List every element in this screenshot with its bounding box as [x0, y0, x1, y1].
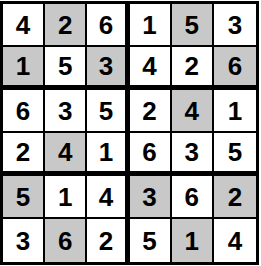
sudoku-cell-r6c2[interactable]: 6 [45, 219, 87, 262]
sudoku-cell-r1c1[interactable]: 4 [3, 4, 45, 47]
sudoku-cell-r5c6[interactable]: 2 [214, 176, 256, 219]
sudoku-cell-r4c6[interactable]: 5 [214, 133, 256, 176]
sudoku-cell-r1c3[interactable]: 6 [87, 4, 129, 47]
sudoku-cell-r3c5[interactable]: 4 [172, 90, 214, 133]
sudoku-cell-r6c1[interactable]: 3 [3, 219, 45, 262]
sudoku-cell-r2c4[interactable]: 4 [130, 47, 172, 90]
sudoku-cell-r4c3[interactable]: 1 [87, 133, 129, 176]
sudoku-cell-r5c2[interactable]: 1 [45, 176, 87, 219]
sudoku-cell-r6c3[interactable]: 2 [87, 219, 129, 262]
sudoku-cell-r3c4[interactable]: 2 [130, 90, 172, 133]
sudoku-cell-r3c2[interactable]: 3 [45, 90, 87, 133]
sudoku-cell-r3c1[interactable]: 6 [3, 90, 45, 133]
sudoku-cell-r6c4[interactable]: 5 [130, 219, 172, 262]
sudoku-cell-r6c5[interactable]: 1 [172, 219, 214, 262]
sudoku-cell-r3c3[interactable]: 5 [87, 90, 129, 133]
sudoku-cell-r5c5[interactable]: 6 [172, 176, 214, 219]
sudoku-cell-r1c4[interactable]: 1 [130, 4, 172, 47]
sudoku-cell-r4c2[interactable]: 4 [45, 133, 87, 176]
sudoku-cell-r6c6[interactable]: 4 [214, 219, 256, 262]
sudoku-cell-r4c4[interactable]: 6 [130, 133, 172, 176]
sudoku-cell-r2c2[interactable]: 5 [45, 47, 87, 90]
sudoku-cell-r2c6[interactable]: 6 [214, 47, 256, 90]
sudoku-board: 426153153426635241241635514362362514 [0, 1, 259, 265]
sudoku-cell-r1c6[interactable]: 3 [214, 4, 256, 47]
sudoku-cell-r4c5[interactable]: 3 [172, 133, 214, 176]
sudoku-cell-r5c3[interactable]: 4 [87, 176, 129, 219]
sudoku-cell-r4c1[interactable]: 2 [3, 133, 45, 176]
sudoku-cell-r5c4[interactable]: 3 [130, 176, 172, 219]
sudoku-cell-r1c2[interactable]: 2 [45, 4, 87, 47]
sudoku-cell-r2c5[interactable]: 2 [172, 47, 214, 90]
sudoku-cell-r2c1[interactable]: 1 [3, 47, 45, 90]
sudoku-cell-r5c1[interactable]: 5 [3, 176, 45, 219]
sudoku-cell-r1c5[interactable]: 5 [172, 4, 214, 47]
sudoku-cell-r3c6[interactable]: 1 [214, 90, 256, 133]
sudoku-cell-r2c3[interactable]: 3 [87, 47, 129, 90]
